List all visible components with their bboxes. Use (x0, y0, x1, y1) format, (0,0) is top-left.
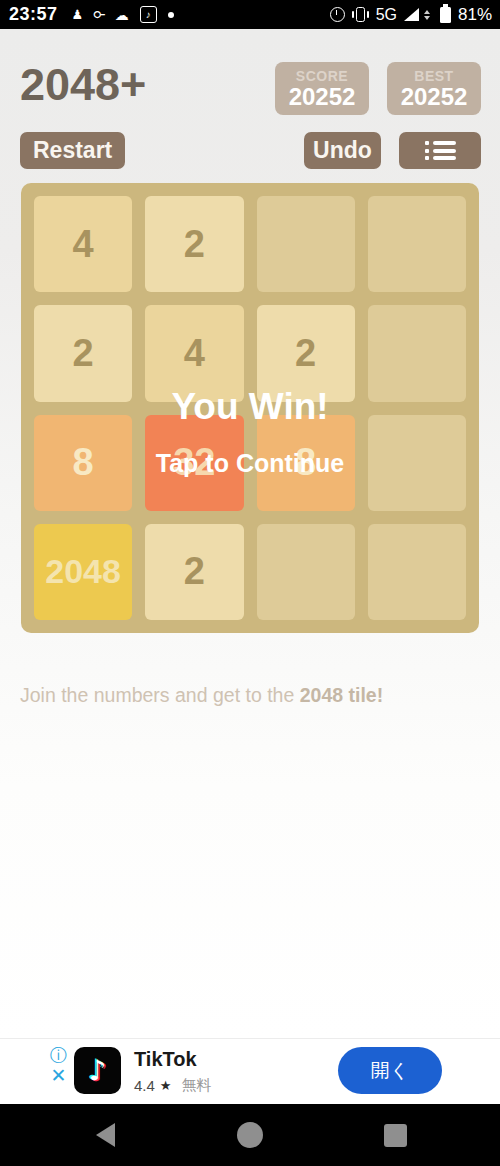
instruction-normal: Join the numbers and get to the (20, 684, 300, 706)
undo-button[interactable]: Undo (304, 132, 381, 169)
tap-to-continue[interactable]: Tap to Continue (21, 451, 479, 476)
ad-rating: 4.4 (134, 1077, 155, 1094)
restart-button[interactable]: Restart (20, 132, 125, 169)
instruction-text: Join the numbers and get to the 2048 til… (20, 684, 383, 707)
ad-banner: ⓘ ✕ ♪ TikTok 4.4 ★ 無料 開く (0, 1038, 500, 1104)
clock: 23:57 (9, 4, 58, 25)
best-label: BEST (414, 68, 453, 84)
key-vpn-icon: ⚲ (92, 10, 105, 20)
best-value: 20252 (401, 83, 468, 111)
notification-icons: ♟ ⚲ ☁ ♪ (72, 6, 174, 23)
back-icon[interactable] (96, 1123, 115, 1147)
home-icon[interactable] (237, 1122, 263, 1148)
page-title: 2048+ (20, 59, 146, 111)
cloud-notification-icon: ☁ (115, 8, 129, 22)
boxed-app-notification-icon: ♪ (140, 6, 157, 23)
ad-text: TikTok 4.4 ★ 無料 (134, 1048, 212, 1095)
phone-screen: 23:57 ♟ ⚲ ☁ ♪ 5G 81% 2048+ SCORE 20252 (0, 0, 500, 1166)
action-buttons: Undo (304, 132, 481, 169)
ad-info-icon[interactable]: ⓘ (50, 1047, 67, 1064)
tiktok-app-icon[interactable]: ♪ (74, 1047, 121, 1094)
list-icon (425, 149, 456, 153)
list-icon (425, 156, 456, 160)
signal-icon (404, 8, 419, 21)
menu-button[interactable] (399, 132, 481, 169)
vibrate-icon (352, 7, 369, 22)
score-label: SCORE (296, 68, 348, 84)
win-title: You Win! (21, 388, 479, 425)
game-board[interactable]: 42242832820482 You Win! Tap to Continue (21, 183, 479, 633)
status-bar: 23:57 ♟ ⚲ ☁ ♪ 5G 81% (0, 0, 500, 29)
music-note-icon: ♪ (89, 1054, 107, 1087)
notification-dot-icon (168, 12, 174, 18)
win-overlay[interactable]: You Win! Tap to Continue (21, 183, 479, 633)
star-icon: ★ (160, 1078, 172, 1093)
ad-subline: 4.4 ★ 無料 (134, 1076, 212, 1095)
robot-notification-icon: ♟ (72, 8, 84, 21)
ad-app-name[interactable]: TikTok (134, 1048, 212, 1071)
score-boxes: SCORE 20252 BEST 20252 (275, 62, 481, 115)
ad-open-button[interactable]: 開く (338, 1047, 442, 1094)
score-box: SCORE 20252 (275, 62, 369, 115)
best-box: BEST 20252 (387, 62, 481, 115)
battery-icon (440, 7, 451, 23)
ad-price: 無料 (182, 1076, 212, 1095)
android-nav-bar (0, 1104, 500, 1166)
alarm-icon (330, 7, 345, 22)
list-icon (425, 141, 456, 145)
boxed-glyph: ♪ (146, 9, 151, 20)
game-area: 2048+ SCORE 20252 BEST 20252 Restart Und… (0, 29, 500, 1038)
data-activity-icon (424, 10, 430, 20)
ad-close-icon[interactable]: ✕ (51, 1066, 67, 1085)
score-value: 20252 (289, 83, 356, 111)
system-icons: 5G 81% (330, 5, 492, 25)
battery-percent: 81% (458, 5, 492, 25)
network-type-label: 5G (376, 6, 397, 24)
ad-controls: ⓘ ✕ (50, 1047, 67, 1085)
recents-icon[interactable] (384, 1124, 407, 1147)
instruction-bold: 2048 tile! (300, 684, 383, 706)
